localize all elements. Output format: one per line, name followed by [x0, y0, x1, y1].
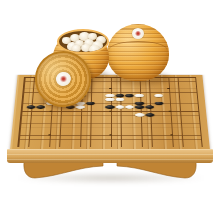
- board-front-edge: [7, 149, 213, 163]
- board-foot-shape: [115, 162, 199, 179]
- board-foot-shape: [21, 162, 105, 179]
- white-stone: [135, 113, 144, 117]
- star-point: [47, 134, 50, 135]
- star-point: [109, 110, 112, 111]
- white-stone-in-bowl: [72, 45, 81, 52]
- white-stone: [135, 94, 144, 97]
- black-stone: [105, 105, 114, 109]
- star-point: [167, 88, 170, 89]
- seal-sticker-icon: [55, 71, 72, 87]
- seal-sticker-icon: [132, 28, 144, 39]
- star-point: [109, 88, 112, 89]
- red-seal-mark-icon: [135, 31, 140, 36]
- board-foot-right: [115, 162, 199, 179]
- star-point: [49, 110, 52, 111]
- red-seal-mark-icon: [60, 75, 68, 83]
- black-stone: [135, 105, 144, 109]
- go-set-product-photo: [0, 0, 220, 220]
- star-point: [170, 134, 173, 135]
- star-point: [168, 110, 171, 111]
- black-stone: [145, 113, 154, 117]
- bowl-lid-seam: [109, 41, 166, 58]
- white-stone: [115, 98, 124, 102]
- white-stone: [105, 98, 114, 102]
- stone-bowl-closed: [107, 24, 169, 81]
- star-point: [109, 134, 112, 135]
- board-foot-left: [21, 162, 105, 179]
